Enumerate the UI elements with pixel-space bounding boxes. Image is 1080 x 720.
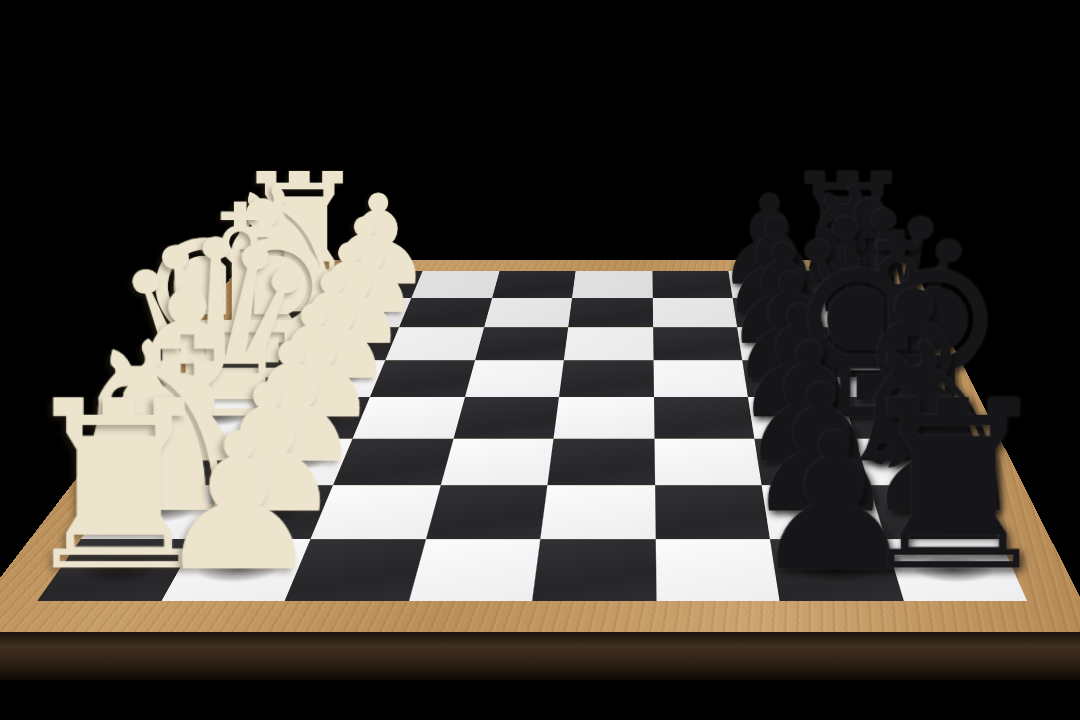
square-d4[interactable] bbox=[453, 397, 559, 438]
square-e4[interactable] bbox=[465, 360, 564, 397]
square-g5[interactable] bbox=[568, 298, 653, 328]
square-c5[interactable] bbox=[547, 438, 654, 485]
white-pawn-a2[interactable]: ♟ bbox=[154, 408, 324, 597]
square-e5[interactable] bbox=[559, 360, 654, 397]
square-b5[interactable] bbox=[540, 485, 655, 539]
square-f4[interactable] bbox=[475, 327, 569, 360]
square-a8[interactable]: ♜ bbox=[885, 539, 1027, 601]
scene-background: ♜♟♟♜♞♟♟♞♝♟♟♝♚♟♟♛♛♟♟♚♝♟♟♝♞♟♟♞♜♟♟♜ bbox=[0, 0, 1080, 720]
black-rook-a8[interactable]: ♜ bbox=[849, 371, 1058, 604]
board-front-edge bbox=[0, 632, 1080, 681]
square-g4[interactable] bbox=[484, 298, 572, 328]
square-a4[interactable] bbox=[408, 539, 540, 601]
square-b4[interactable] bbox=[425, 485, 547, 539]
square-c4[interactable] bbox=[440, 438, 553, 485]
perspective-scene: ♜♟♟♜♞♟♟♞♝♟♟♝♚♟♟♛♛♟♟♚♝♟♟♝♞♟♟♞♜♟♟♜ bbox=[0, 0, 1080, 720]
chess-board: ♜♟♟♜♞♟♟♞♝♟♟♝♚♟♟♛♛♟♟♚♝♟♟♝♞♟♟♞♜♟♟♜ bbox=[0, 260, 1080, 632]
square-a5[interactable] bbox=[532, 539, 656, 601]
square-d5[interactable] bbox=[554, 397, 654, 438]
square-h5[interactable] bbox=[572, 271, 652, 298]
square-f5[interactable] bbox=[564, 327, 653, 360]
board-grid: ♜♟♟♜♞♟♟♞♝♟♟♝♚♟♟♛♛♟♟♚♝♟♟♝♞♟♟♞♜♟♟♜ bbox=[37, 271, 1027, 601]
square-h4[interactable] bbox=[492, 271, 576, 298]
